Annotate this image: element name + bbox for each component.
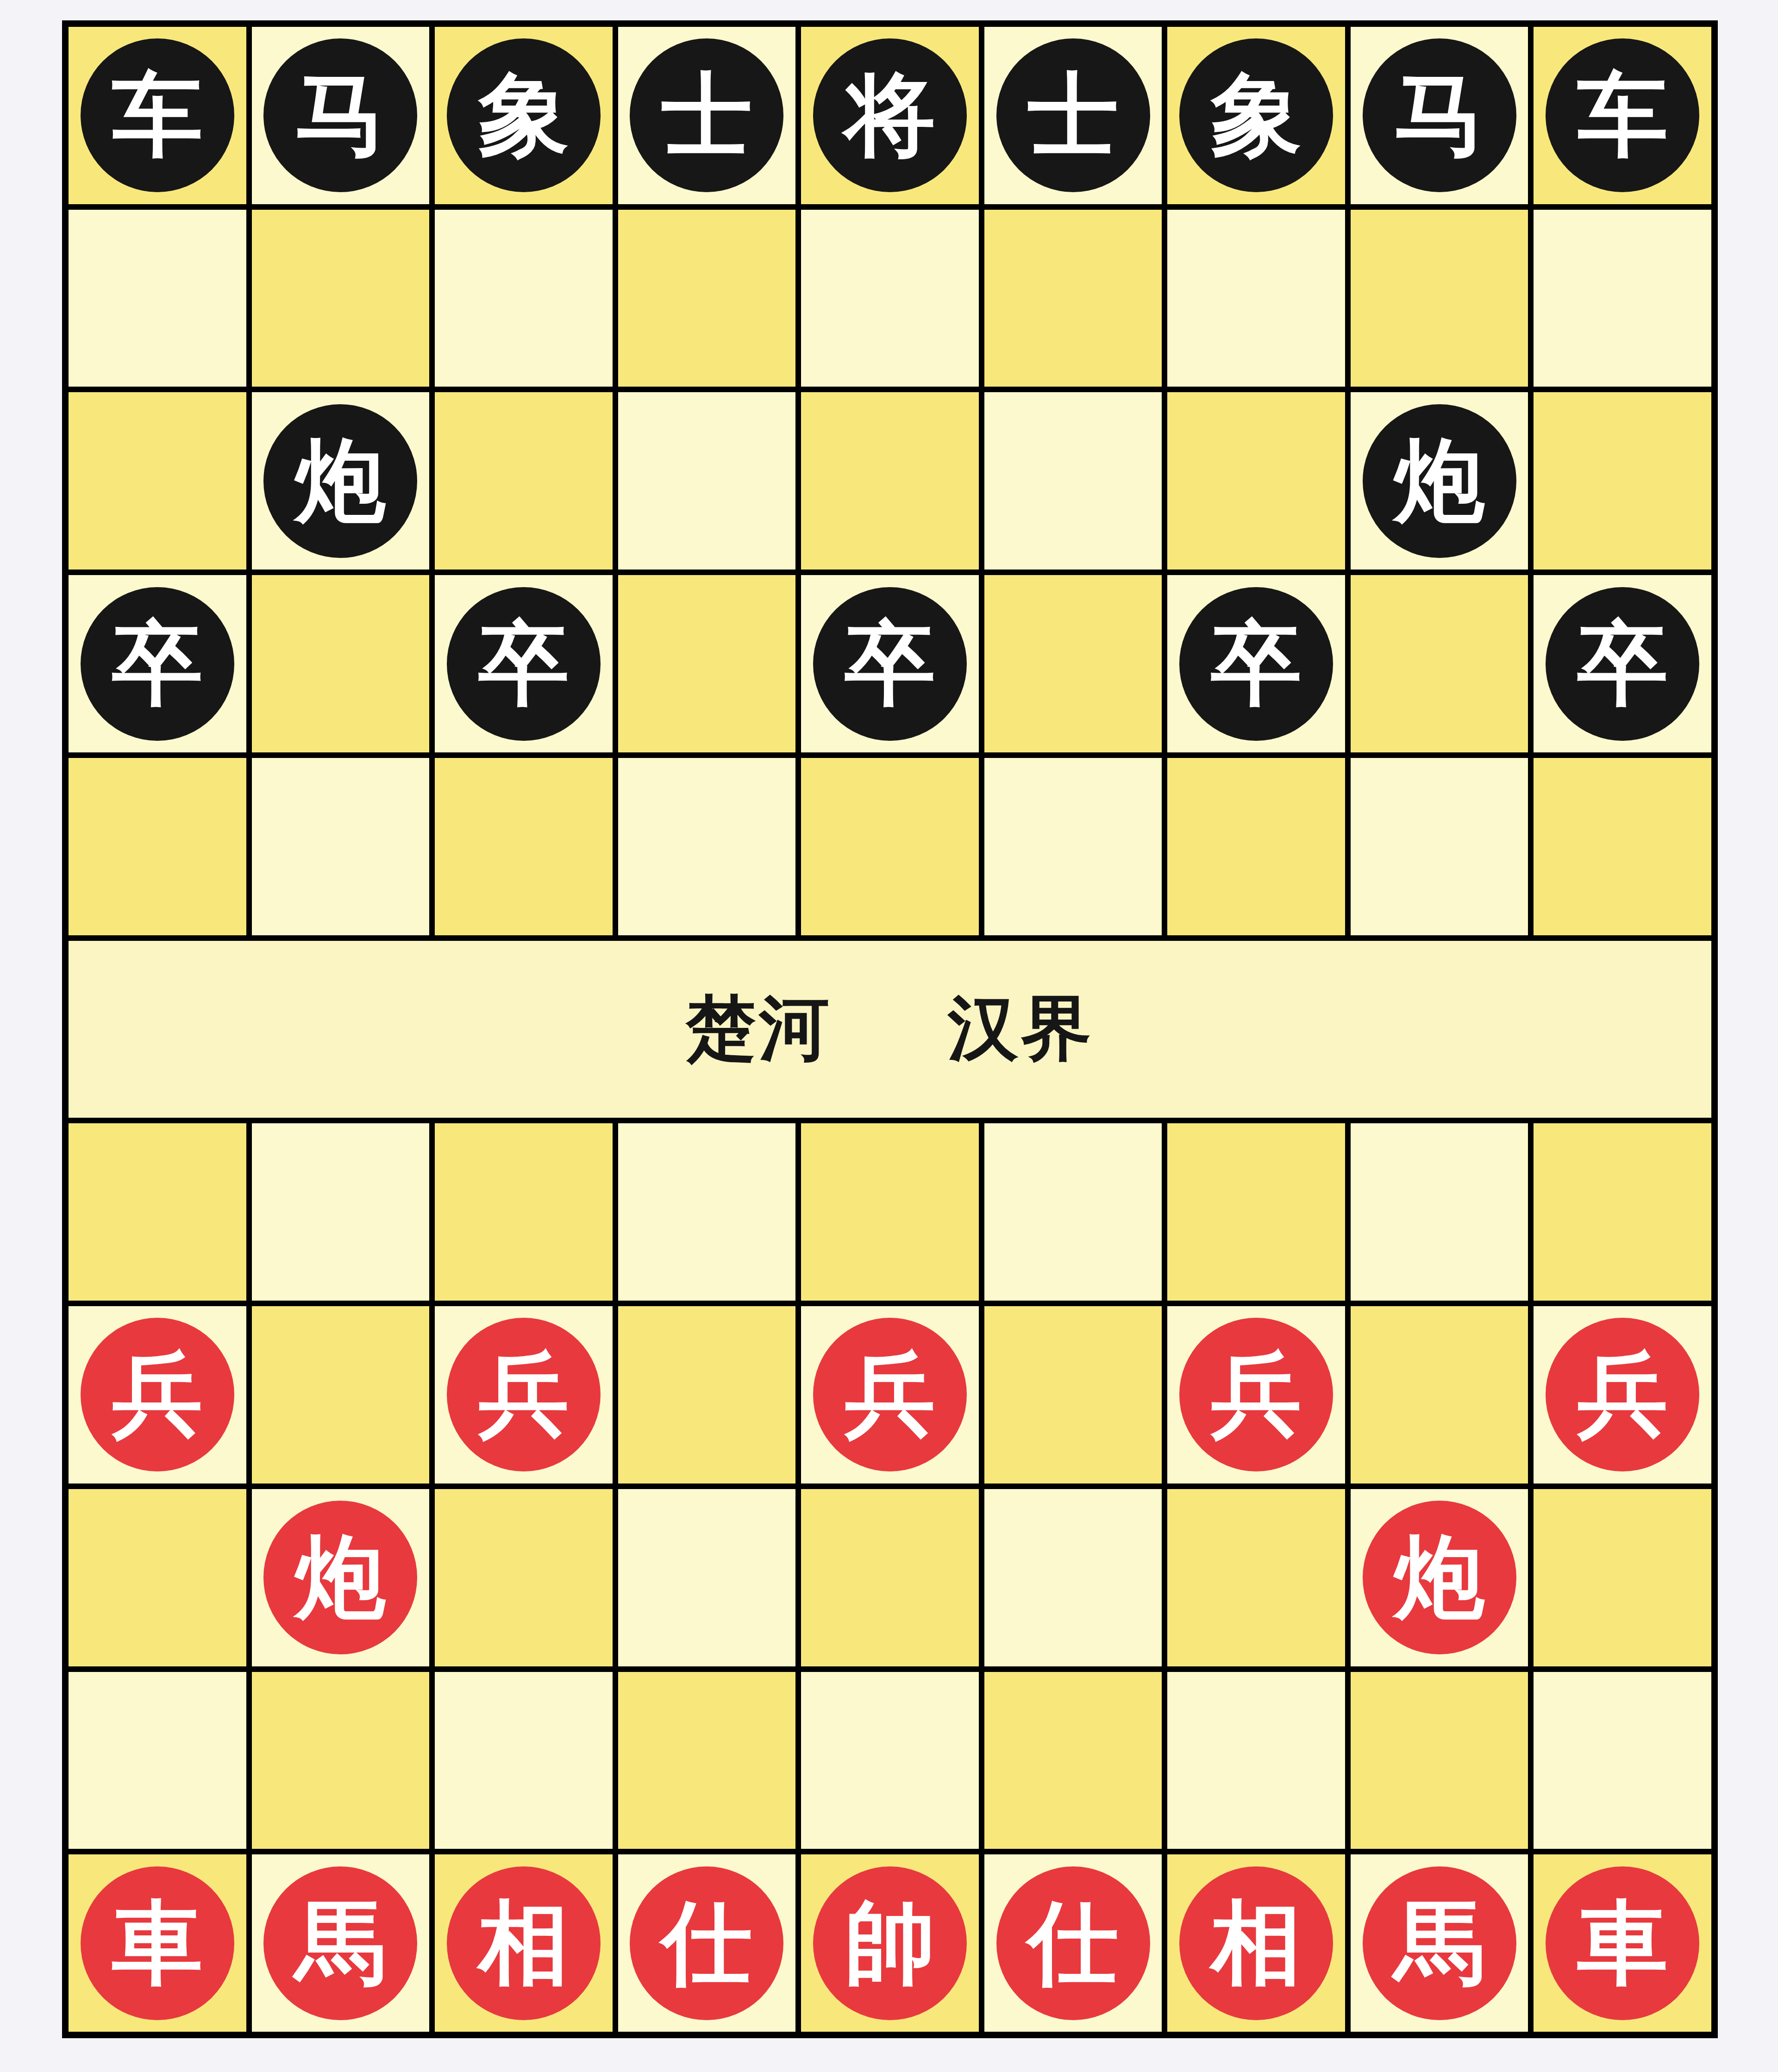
piece-black-chariot-right[interactable]: 车 <box>1546 38 1699 192</box>
square-r6-c5[interactable] <box>984 1306 1162 1484</box>
piece-black-advisor-left[interactable]: 士 <box>630 38 783 192</box>
piece-glyph: 兵 <box>1211 1349 1302 1440</box>
square-r2-c5[interactable] <box>984 392 1162 570</box>
square-r3-c5[interactable] <box>984 575 1162 752</box>
square-r6-c3[interactable] <box>618 1306 796 1484</box>
square-r8-c6[interactable] <box>1167 1672 1345 1849</box>
piece-black-soldier-5[interactable]: 卒 <box>1546 587 1699 741</box>
square-r4-c6[interactable] <box>1167 758 1345 935</box>
piece-glyph: 兵 <box>845 1349 935 1440</box>
piece-red-soldier-2[interactable]: 兵 <box>447 1318 601 1471</box>
square-r5-c5[interactable] <box>984 1123 1162 1301</box>
piece-glyph: 仕 <box>1028 1898 1119 1989</box>
piece-glyph: 将 <box>845 70 935 161</box>
piece-glyph: 馬 <box>295 1898 386 1989</box>
piece-black-advisor-right[interactable]: 士 <box>996 38 1150 192</box>
square-r2-c1[interactable]: 炮 <box>252 392 430 570</box>
square-r2-c3[interactable] <box>618 392 796 570</box>
piece-glyph: 卒 <box>478 619 569 709</box>
piece-glyph: 马 <box>1394 70 1485 161</box>
piece-red-elephant-left[interactable]: 相 <box>447 1866 601 2020</box>
square-r3-c7[interactable] <box>1351 575 1528 752</box>
square-r7-c8[interactable] <box>1534 1489 1711 1666</box>
piece-glyph: 卒 <box>845 619 935 709</box>
square-r4-c8[interactable] <box>1534 758 1711 935</box>
piece-black-soldier-4[interactable]: 卒 <box>1179 587 1333 741</box>
square-r6-c7[interactable] <box>1351 1306 1528 1484</box>
piece-red-general[interactable]: 帥 <box>813 1866 967 2020</box>
piece-glyph: 车 <box>112 70 203 161</box>
piece-glyph: 卒 <box>1577 619 1668 709</box>
piece-glyph: 車 <box>112 1898 203 1989</box>
piece-red-soldier-1[interactable]: 兵 <box>81 1318 234 1471</box>
square-r1-c6[interactable] <box>1167 210 1345 387</box>
square-r2-c7[interactable]: 炮 <box>1351 392 1528 570</box>
square-r4-c4[interactable] <box>801 758 979 935</box>
square-r9-c3[interactable]: 仕 <box>618 1854 796 2032</box>
square-r4-c5[interactable] <box>984 758 1162 935</box>
square-r3-c4[interactable]: 卒 <box>801 575 979 752</box>
square-r3-c3[interactable] <box>618 575 796 752</box>
piece-red-soldier-5[interactable]: 兵 <box>1546 1318 1699 1471</box>
piece-black-soldier-2[interactable]: 卒 <box>447 587 601 741</box>
square-r5-c0[interactable] <box>69 1123 246 1301</box>
piece-black-general[interactable]: 将 <box>813 38 967 192</box>
square-r9-c0[interactable]: 車 <box>69 1854 246 2032</box>
square-r6-c1[interactable] <box>252 1306 430 1484</box>
square-r9-c8[interactable]: 車 <box>1534 1854 1711 2032</box>
piece-glyph: 相 <box>478 1898 569 1989</box>
square-r2-c6[interactable] <box>1167 392 1345 570</box>
piece-glyph: 兵 <box>1577 1349 1668 1440</box>
square-r6-c0[interactable]: 兵 <box>69 1306 246 1484</box>
square-r7-c7[interactable]: 炮 <box>1351 1489 1528 1666</box>
piece-glyph: 马 <box>295 70 386 161</box>
piece-red-chariot-right[interactable]: 車 <box>1546 1866 1699 2020</box>
piece-glyph: 兵 <box>112 1349 203 1440</box>
square-r4-c7[interactable] <box>1351 758 1528 935</box>
square-r8-c5[interactable] <box>984 1672 1162 1849</box>
square-r1-c8[interactable] <box>1534 210 1711 387</box>
piece-glyph: 士 <box>661 70 752 161</box>
square-r8-c1[interactable] <box>252 1672 430 1849</box>
square-r3-c0[interactable]: 卒 <box>69 575 246 752</box>
square-r7-c3[interactable] <box>618 1489 796 1666</box>
square-r6-c8[interactable]: 兵 <box>1534 1306 1711 1484</box>
square-r0-c0[interactable]: 车 <box>69 27 246 204</box>
piece-glyph: 帥 <box>845 1898 935 1989</box>
square-r3-c6[interactable]: 卒 <box>1167 575 1345 752</box>
square-r8-c7[interactable] <box>1351 1672 1528 1849</box>
piece-glyph: 士 <box>1028 70 1119 161</box>
piece-glyph: 馬 <box>1394 1898 1485 1989</box>
square-r0-c1[interactable]: 马 <box>252 27 430 204</box>
square-r2-c8[interactable] <box>1534 392 1711 570</box>
square-r5-c6[interactable] <box>1167 1123 1345 1301</box>
piece-glyph: 炮 <box>295 436 386 526</box>
square-r9-c2[interactable]: 相 <box>435 1854 613 2032</box>
square-r0-c2[interactable]: 象 <box>435 27 613 204</box>
square-r0-c4[interactable]: 将 <box>801 27 979 204</box>
piece-red-chariot-left[interactable]: 車 <box>81 1866 234 2020</box>
square-r9-c5[interactable]: 仕 <box>984 1854 1162 2032</box>
river-label-chu: 楚河 <box>686 982 832 1077</box>
piece-glyph: 相 <box>1211 1898 1302 1989</box>
square-r4-c3[interactable] <box>618 758 796 935</box>
xiangqi-board: 车马象士将士象马车炮炮卒卒卒卒卒楚河汉界兵兵兵兵兵炮炮車馬相仕帥仕相馬車 <box>62 20 1718 2038</box>
square-r1-c5[interactable] <box>984 210 1162 387</box>
square-r5-c1[interactable] <box>252 1123 430 1301</box>
piece-red-advisor-left[interactable]: 仕 <box>630 1866 783 2020</box>
square-r7-c4[interactable] <box>801 1489 979 1666</box>
square-r8-c3[interactable] <box>618 1672 796 1849</box>
square-r7-c6[interactable] <box>1167 1489 1345 1666</box>
square-r8-c4[interactable] <box>801 1672 979 1849</box>
square-r5-c3[interactable] <box>618 1123 796 1301</box>
square-r9-c6[interactable]: 相 <box>1167 1854 1345 2032</box>
square-r8-c0[interactable] <box>69 1672 246 1849</box>
square-r0-c5[interactable]: 士 <box>984 27 1162 204</box>
square-r6-c6[interactable]: 兵 <box>1167 1306 1345 1484</box>
square-r0-c7[interactable]: 马 <box>1351 27 1528 204</box>
piece-glyph: 象 <box>478 70 569 161</box>
piece-red-advisor-right[interactable]: 仕 <box>996 1866 1150 2020</box>
square-r6-c4[interactable]: 兵 <box>801 1306 979 1484</box>
square-r1-c3[interactable] <box>618 210 796 387</box>
piece-glyph: 仕 <box>661 1898 752 1989</box>
piece-glyph: 象 <box>1211 70 1302 161</box>
piece-glyph: 兵 <box>478 1349 569 1440</box>
square-r7-c1[interactable]: 炮 <box>252 1489 430 1666</box>
piece-black-soldier-3[interactable]: 卒 <box>813 587 967 741</box>
piece-red-elephant-right[interactable]: 相 <box>1179 1866 1333 2020</box>
square-r0-c3[interactable]: 士 <box>618 27 796 204</box>
piece-black-cannon-right[interactable]: 炮 <box>1363 404 1516 558</box>
piece-red-soldier-4[interactable]: 兵 <box>1179 1318 1333 1471</box>
piece-red-horse-right[interactable]: 馬 <box>1363 1866 1516 2020</box>
square-r5-c4[interactable] <box>801 1123 979 1301</box>
square-r5-c8[interactable] <box>1534 1123 1711 1301</box>
river-label-han: 汉界 <box>948 982 1094 1077</box>
piece-glyph: 炮 <box>1394 436 1485 526</box>
square-r1-c2[interactable] <box>435 210 613 387</box>
piece-red-cannon-right[interactable]: 炮 <box>1363 1501 1516 1654</box>
piece-black-cannon-left[interactable]: 炮 <box>263 404 417 558</box>
piece-red-soldier-3[interactable]: 兵 <box>813 1318 967 1471</box>
square-r7-c5[interactable] <box>984 1489 1162 1666</box>
square-r2-c2[interactable] <box>435 392 613 570</box>
piece-black-soldier-1[interactable]: 卒 <box>81 587 234 741</box>
square-r1-c0[interactable] <box>69 210 246 387</box>
square-r0-c6[interactable]: 象 <box>1167 27 1345 204</box>
square-r4-c2[interactable] <box>435 758 613 935</box>
square-r1-c1[interactable] <box>252 210 430 387</box>
river-band: 楚河汉界 <box>69 941 1711 1118</box>
square-r8-c8[interactable] <box>1534 1672 1711 1849</box>
piece-glyph: 炮 <box>1394 1532 1485 1623</box>
square-r7-c2[interactable] <box>435 1489 613 1666</box>
square-r3-c2[interactable]: 卒 <box>435 575 613 752</box>
square-r3-c1[interactable] <box>252 575 430 752</box>
piece-black-elephant-right[interactable]: 象 <box>1179 38 1333 192</box>
square-r3-c8[interactable]: 卒 <box>1534 575 1711 752</box>
square-r0-c8[interactable]: 车 <box>1534 27 1711 204</box>
piece-glyph: 車 <box>1577 1898 1668 1989</box>
square-r4-c0[interactable] <box>69 758 246 935</box>
square-r1-c7[interactable] <box>1351 210 1528 387</box>
piece-glyph: 炮 <box>295 1532 386 1623</box>
piece-black-elephant-left[interactable]: 象 <box>447 38 601 192</box>
piece-black-horse-left[interactable]: 马 <box>263 38 417 192</box>
piece-glyph: 卒 <box>1211 619 1302 709</box>
square-r9-c4[interactable]: 帥 <box>801 1854 979 2032</box>
piece-red-cannon-left[interactable]: 炮 <box>263 1501 417 1654</box>
piece-glyph: 车 <box>1577 70 1668 161</box>
square-r1-c4[interactable] <box>801 210 979 387</box>
square-r5-c7[interactable] <box>1351 1123 1528 1301</box>
square-r9-c7[interactable]: 馬 <box>1351 1854 1528 2032</box>
square-r5-c2[interactable] <box>435 1123 613 1301</box>
piece-black-horse-right[interactable]: 马 <box>1363 38 1516 192</box>
square-r2-c0[interactable] <box>69 392 246 570</box>
piece-red-horse-left[interactable]: 馬 <box>263 1866 417 2020</box>
square-r2-c4[interactable] <box>801 392 979 570</box>
square-r4-c1[interactable] <box>252 758 430 935</box>
square-r7-c0[interactable] <box>69 1489 246 1666</box>
square-r6-c2[interactable]: 兵 <box>435 1306 613 1484</box>
square-r9-c1[interactable]: 馬 <box>252 1854 430 2032</box>
piece-black-chariot-left[interactable]: 车 <box>81 38 234 192</box>
piece-glyph: 卒 <box>112 619 203 709</box>
square-r8-c2[interactable] <box>435 1672 613 1849</box>
